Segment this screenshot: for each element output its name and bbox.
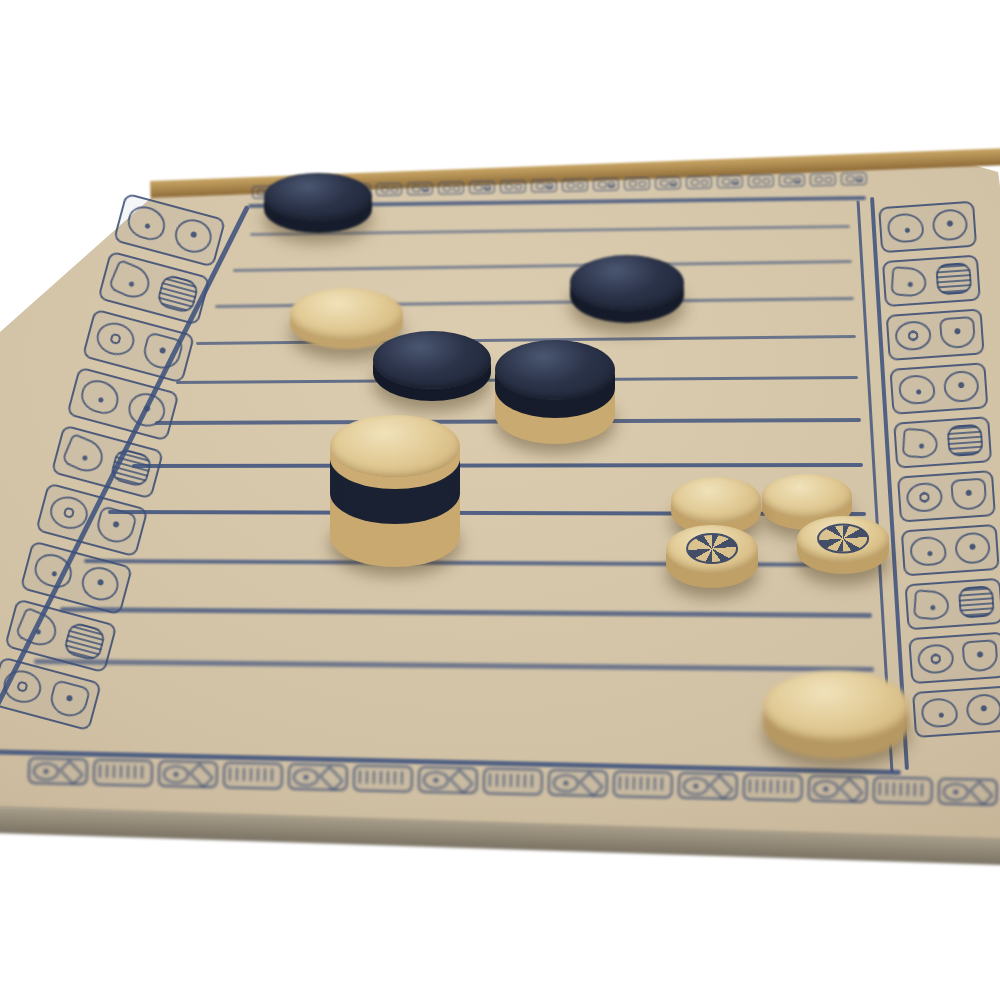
- wood-piece-face: [330, 415, 460, 477]
- wood-piece-face: [797, 516, 889, 562]
- wood-piece-face: [762, 474, 852, 518]
- wood-piece-face: [671, 477, 761, 523]
- photo-background: [0, 0, 1000, 1000]
- black-piece-face: [373, 331, 491, 389]
- track-line: [250, 225, 850, 235]
- track-line: [155, 418, 861, 424]
- black-piece-face: [495, 340, 615, 400]
- casting-die-marked-2[interactable]: [797, 516, 889, 562]
- die-star-marking: [686, 533, 738, 564]
- black-checker-field5[interactable]: [373, 331, 491, 389]
- wood-piece-face: [763, 671, 909, 741]
- track-line: [132, 463, 863, 468]
- field-boundary-line: [0, 749, 901, 775]
- die-star-marking: [817, 524, 869, 554]
- track-line: [60, 607, 872, 617]
- casting-die-blank-2[interactable]: [762, 474, 852, 518]
- casting-die-blank-1[interactable]: [671, 477, 761, 523]
- track-line: [233, 260, 852, 271]
- casting-die-marked-1[interactable]: [666, 525, 758, 573]
- black-checker-field3[interactable]: [570, 255, 684, 311]
- field-boundary-line: [0, 205, 250, 751]
- triple-stack-wood-black-wood[interactable]: [330, 415, 460, 477]
- track-line: [34, 659, 874, 671]
- wood-checker-corner[interactable]: [763, 671, 909, 741]
- black-checker-start-edge[interactable]: [264, 173, 372, 221]
- capture-stack-black-on-wood[interactable]: [495, 340, 615, 400]
- black-piece-face: [570, 255, 684, 311]
- wood-piece-face: [666, 525, 758, 573]
- black-piece-face: [264, 173, 372, 221]
